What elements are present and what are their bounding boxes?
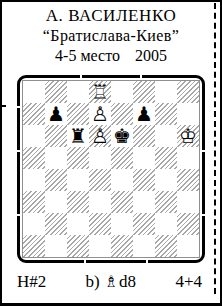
twin-prefix: b) (86, 272, 100, 291)
material-count: 4+4 (175, 272, 202, 292)
square-a4 (23, 169, 45, 191)
square-a1 (23, 235, 45, 257)
piece-black-king: ♚ (111, 125, 133, 147)
twin-condition: b)♗d8 (86, 272, 137, 292)
caption: H#2 b)♗d8 4+4 (2, 272, 220, 292)
page-dashed-crop-line (214, 3, 216, 294)
square-f4 (133, 169, 155, 191)
board-grid: ♜♖♟♟♙♟♜♟♙♚♚♔ (23, 81, 199, 257)
square-h6: ♚♔ (177, 125, 199, 147)
square-e7 (111, 103, 133, 125)
square-d5 (89, 147, 111, 169)
square-c2 (67, 213, 89, 235)
square-c6: ♜ (67, 125, 89, 147)
square-b2 (45, 213, 67, 235)
square-b5 (45, 147, 67, 169)
square-d7: ♟♙ (89, 103, 111, 125)
square-f7: ♟ (133, 103, 155, 125)
twin-square: d8 (119, 272, 136, 291)
square-c8 (67, 81, 89, 103)
square-d1 (89, 235, 111, 257)
square-f6 (133, 125, 155, 147)
board-inner-border: ♜♖♟♟♙♟♜♟♙♚♚♔ (22, 80, 200, 258)
square-a3 (23, 191, 45, 213)
square-f8 (133, 81, 155, 103)
square-f5 (133, 147, 155, 169)
square-e1 (111, 235, 133, 257)
frame-notch (202, 214, 205, 216)
square-g6 (155, 125, 177, 147)
square-c7 (67, 103, 89, 125)
square-h2 (177, 213, 199, 235)
frame-notch (202, 150, 205, 152)
square-a2 (23, 213, 45, 235)
square-g3 (155, 191, 177, 213)
header: А. ВАСИЛЕНКО “Братислава-Киев” 4-5 место… (2, 2, 220, 66)
piece-white-pawn: ♙ (89, 125, 111, 147)
tourney-name: “Братислава-Киев” (2, 26, 220, 46)
frame-notch (17, 150, 20, 152)
award-place: 4-5 место (55, 47, 120, 64)
square-f1 (133, 235, 155, 257)
stipulation: H#2 (17, 272, 46, 292)
square-b3 (45, 191, 67, 213)
square-b7: ♟ (45, 103, 67, 125)
piece-white-pawn: ♙ (89, 103, 111, 125)
square-g1 (155, 235, 177, 257)
square-b6 (45, 125, 67, 147)
square-c3 (67, 191, 89, 213)
square-e3 (111, 191, 133, 213)
square-g4 (155, 169, 177, 191)
square-a7 (23, 103, 45, 125)
square-c5 (67, 147, 89, 169)
left-border-tick (2, 105, 6, 107)
board-wrapper: ♜♖♟♟♙♟♜♟♙♚♚♔ (17, 75, 205, 263)
square-h1 (177, 235, 199, 257)
square-b4 (45, 169, 67, 191)
square-f2 (133, 213, 155, 235)
square-h4 (177, 169, 199, 191)
piece-fill-underlay: ♟ (89, 103, 111, 125)
square-a5 (23, 147, 45, 169)
square-c1 (67, 235, 89, 257)
square-h3 (177, 191, 199, 213)
piece-black-pawn: ♟ (133, 103, 155, 125)
square-d8: ♜♖ (89, 81, 111, 103)
year: 2005 (135, 47, 167, 64)
frame-notch (17, 106, 20, 108)
square-e8 (111, 81, 133, 103)
square-g2 (155, 213, 177, 235)
square-d2 (89, 213, 111, 235)
square-e5 (111, 147, 133, 169)
square-h8 (177, 81, 199, 103)
square-b8 (45, 81, 67, 103)
square-g7 (155, 103, 177, 125)
piece-fill-underlay: ♚ (177, 125, 199, 147)
square-b1 (45, 235, 67, 257)
square-d4 (89, 169, 111, 191)
piece-white-rook: ♖ (89, 81, 111, 103)
square-e2 (111, 213, 133, 235)
author-name: А. ВАСИЛЕНКО (2, 5, 220, 26)
square-e4 (111, 169, 133, 191)
square-a6 (23, 125, 45, 147)
square-a8 (23, 81, 45, 103)
frame-notch (17, 214, 20, 216)
square-d3 (89, 191, 111, 213)
piece-fill-underlay: ♟ (89, 125, 111, 147)
frame-notch (146, 260, 148, 263)
piece-fill-underlay: ♜ (89, 81, 111, 103)
board-frame: ♜♖♟♟♙♟♜♟♙♚♚♔ (17, 75, 205, 263)
square-h7 (177, 103, 199, 125)
problem-card: А. ВАСИЛЕНКО “Братислава-Киев” 4-5 место… (0, 0, 222, 306)
award-line: 4-5 место2005 (2, 46, 220, 66)
piece-black-pawn: ♟ (45, 103, 67, 125)
square-h5 (177, 147, 199, 169)
frame-notch (84, 260, 86, 263)
piece-black-rook: ♜ (67, 125, 89, 147)
square-c4 (67, 169, 89, 191)
square-g8 (155, 81, 177, 103)
piece-white-king: ♔ (177, 125, 199, 147)
square-g5 (155, 147, 177, 169)
frame-notch (80, 75, 82, 78)
white-bishop-icon: ♗ (104, 272, 118, 291)
square-e6: ♚ (111, 125, 133, 147)
frame-notch (140, 75, 142, 78)
square-f3 (133, 191, 155, 213)
square-d6: ♟♙ (89, 125, 111, 147)
